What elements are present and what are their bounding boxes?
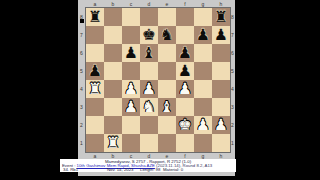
rank-label-7: 7 xyxy=(230,26,235,44)
square-b1[interactable]: ♜ xyxy=(104,134,122,152)
square-d5[interactable] xyxy=(140,62,158,80)
square-b3[interactable] xyxy=(104,98,122,116)
white-bishop: ♝ xyxy=(160,98,174,116)
square-d8[interactable] xyxy=(140,8,158,26)
video-frame: abcdefgh abcdefgh 87654321 87654321 ♜♜♚♞… xyxy=(0,0,320,180)
black-pawn: ♟ xyxy=(88,62,102,80)
black-pawn: ♟ xyxy=(124,44,138,62)
square-b5[interactable] xyxy=(104,62,122,80)
rank-label-3: 3 xyxy=(230,98,235,116)
square-d1[interactable] xyxy=(140,134,158,152)
square-a6[interactable] xyxy=(86,44,104,62)
rank-label-1: 1 xyxy=(230,134,235,152)
rank-label-2: 2 xyxy=(230,116,235,134)
square-h5[interactable] xyxy=(212,62,230,80)
rank-label-8: 8 xyxy=(230,8,235,26)
square-c6[interactable]: ♟ xyxy=(122,44,140,62)
square-f6[interactable]: ♟ xyxy=(176,44,194,62)
white-pawn: ♟ xyxy=(214,116,228,134)
black-bishop: ♝ xyxy=(142,44,156,62)
file-label-d: d xyxy=(140,1,158,7)
square-c5[interactable] xyxy=(122,62,140,80)
black-to-move-indicator xyxy=(80,19,84,23)
white-knight: ♞ xyxy=(142,98,156,116)
black-pawn: ♟ xyxy=(178,44,192,62)
file-labels-top: abcdefgh xyxy=(86,1,230,7)
square-e6[interactable] xyxy=(158,44,176,62)
square-d3[interactable]: ♞ xyxy=(140,98,158,116)
file-label-g: g xyxy=(194,1,212,7)
square-e2[interactable] xyxy=(158,116,176,134)
square-g6[interactable] xyxy=(194,44,212,62)
square-e5[interactable] xyxy=(158,62,176,80)
square-g2[interactable]: ♟ xyxy=(194,116,212,134)
chess-board: ♜♜♚♞♟♟♟♝♟♟♟♜♟♟♟♟♞♝♚♟♟♜ xyxy=(86,8,230,152)
black-knight: ♞ xyxy=(160,26,174,44)
square-d6[interactable]: ♝ xyxy=(140,44,158,62)
white-rook: ♜ xyxy=(88,80,102,98)
square-h7[interactable]: ♟ xyxy=(212,26,230,44)
square-a7[interactable] xyxy=(86,26,104,44)
square-f8[interactable] xyxy=(176,8,194,26)
board-panel: abcdefgh abcdefgh 87654321 87654321 ♜♜♚♞… xyxy=(78,0,235,176)
rank-label-6: 6 xyxy=(230,44,235,62)
square-f2[interactable]: ♚ xyxy=(176,116,194,134)
square-g5[interactable] xyxy=(194,62,212,80)
square-b7[interactable] xyxy=(104,26,122,44)
square-h4[interactable] xyxy=(212,80,230,98)
square-b2[interactable] xyxy=(104,116,122,134)
square-f4[interactable]: ♟ xyxy=(176,80,194,98)
square-h2[interactable]: ♟ xyxy=(212,116,230,134)
square-g4[interactable] xyxy=(194,80,212,98)
square-c8[interactable] xyxy=(122,8,140,26)
rank-label-2: 2 xyxy=(78,116,85,134)
square-b6[interactable] xyxy=(104,44,122,62)
file-label-b: b xyxy=(104,1,122,7)
white-pawn: ♟ xyxy=(142,80,156,98)
square-b4[interactable] xyxy=(104,80,122,98)
white-king: ♚ xyxy=(178,116,192,134)
square-c4[interactable]: ♟ xyxy=(122,80,140,98)
rank-label-3: 3 xyxy=(78,98,85,116)
rank-labels-right: 87654321 xyxy=(230,8,235,152)
square-e3[interactable]: ♝ xyxy=(158,98,176,116)
square-d2[interactable] xyxy=(140,116,158,134)
white-rook: ♜ xyxy=(106,134,120,152)
rank-label-4: 4 xyxy=(230,80,235,98)
square-g8[interactable] xyxy=(194,8,212,26)
rank-label-5: 5 xyxy=(230,62,235,80)
square-e8[interactable] xyxy=(158,8,176,26)
square-a8[interactable]: ♜ xyxy=(86,8,104,26)
square-a2[interactable] xyxy=(86,116,104,134)
square-e4[interactable] xyxy=(158,80,176,98)
square-a3[interactable] xyxy=(86,98,104,116)
rank-labels-left: 87654321 xyxy=(78,8,85,152)
black-rook: ♜ xyxy=(214,8,228,26)
file-label-a: a xyxy=(86,1,104,7)
square-h3[interactable] xyxy=(212,98,230,116)
white-pawn: ♟ xyxy=(178,80,192,98)
square-h1[interactable] xyxy=(212,134,230,152)
rank-label-8: 8 xyxy=(78,8,85,26)
square-f3[interactable] xyxy=(176,98,194,116)
black-rook: ♜ xyxy=(88,8,102,26)
square-g1[interactable] xyxy=(194,134,212,152)
square-g7[interactable]: ♟ xyxy=(194,26,212,44)
last-move-text: 34. Rb1 xyxy=(63,168,78,172)
white-pawn: ♟ xyxy=(124,80,138,98)
file-label-f: f xyxy=(176,1,194,7)
black-pawn: ♟ xyxy=(196,26,210,44)
square-e7[interactable]: ♞ xyxy=(158,26,176,44)
rank-label-4: 4 xyxy=(78,80,85,98)
game-date: Nov. 14, 2023 xyxy=(107,168,133,172)
rank-label-7: 7 xyxy=(78,26,85,44)
square-g3[interactable] xyxy=(194,98,212,116)
square-c3[interactable]: ♟ xyxy=(122,98,140,116)
square-c1[interactable] xyxy=(122,134,140,152)
file-label-c: c xyxy=(122,1,140,7)
game-length: Length: 98 xyxy=(140,168,160,172)
square-f5[interactable]: ♟ xyxy=(176,62,194,80)
square-c2[interactable] xyxy=(122,116,140,134)
square-c7[interactable] xyxy=(122,26,140,44)
square-h6[interactable] xyxy=(212,44,230,62)
white-pawn: ♟ xyxy=(196,116,210,134)
square-d4[interactable]: ♟ xyxy=(140,80,158,98)
file-label-e: e xyxy=(158,1,176,7)
file-label-h: h xyxy=(212,1,230,7)
rank-label-6: 6 xyxy=(78,44,85,62)
square-e1[interactable] xyxy=(158,134,176,152)
black-king: ♚ xyxy=(142,26,156,44)
square-a1[interactable] xyxy=(86,134,104,152)
rank-label-1: 1 xyxy=(78,134,85,152)
square-d7[interactable]: ♚ xyxy=(140,26,158,44)
square-h8[interactable]: ♜ xyxy=(212,8,230,26)
rank-label-5: 5 xyxy=(78,62,85,80)
material-balance: Material: 0 xyxy=(163,168,183,172)
square-f7[interactable] xyxy=(176,26,194,44)
square-f1[interactable] xyxy=(176,134,194,152)
black-pawn: ♟ xyxy=(214,26,228,44)
caption-bar: Mamedyarov, S 2757 - Rapport, R 2752 (1-… xyxy=(60,159,236,172)
square-b8[interactable] xyxy=(104,8,122,26)
square-a5[interactable]: ♟ xyxy=(86,62,104,80)
square-a4[interactable]: ♜ xyxy=(86,80,104,98)
white-pawn: ♟ xyxy=(124,98,138,116)
black-pawn: ♟ xyxy=(178,62,192,80)
